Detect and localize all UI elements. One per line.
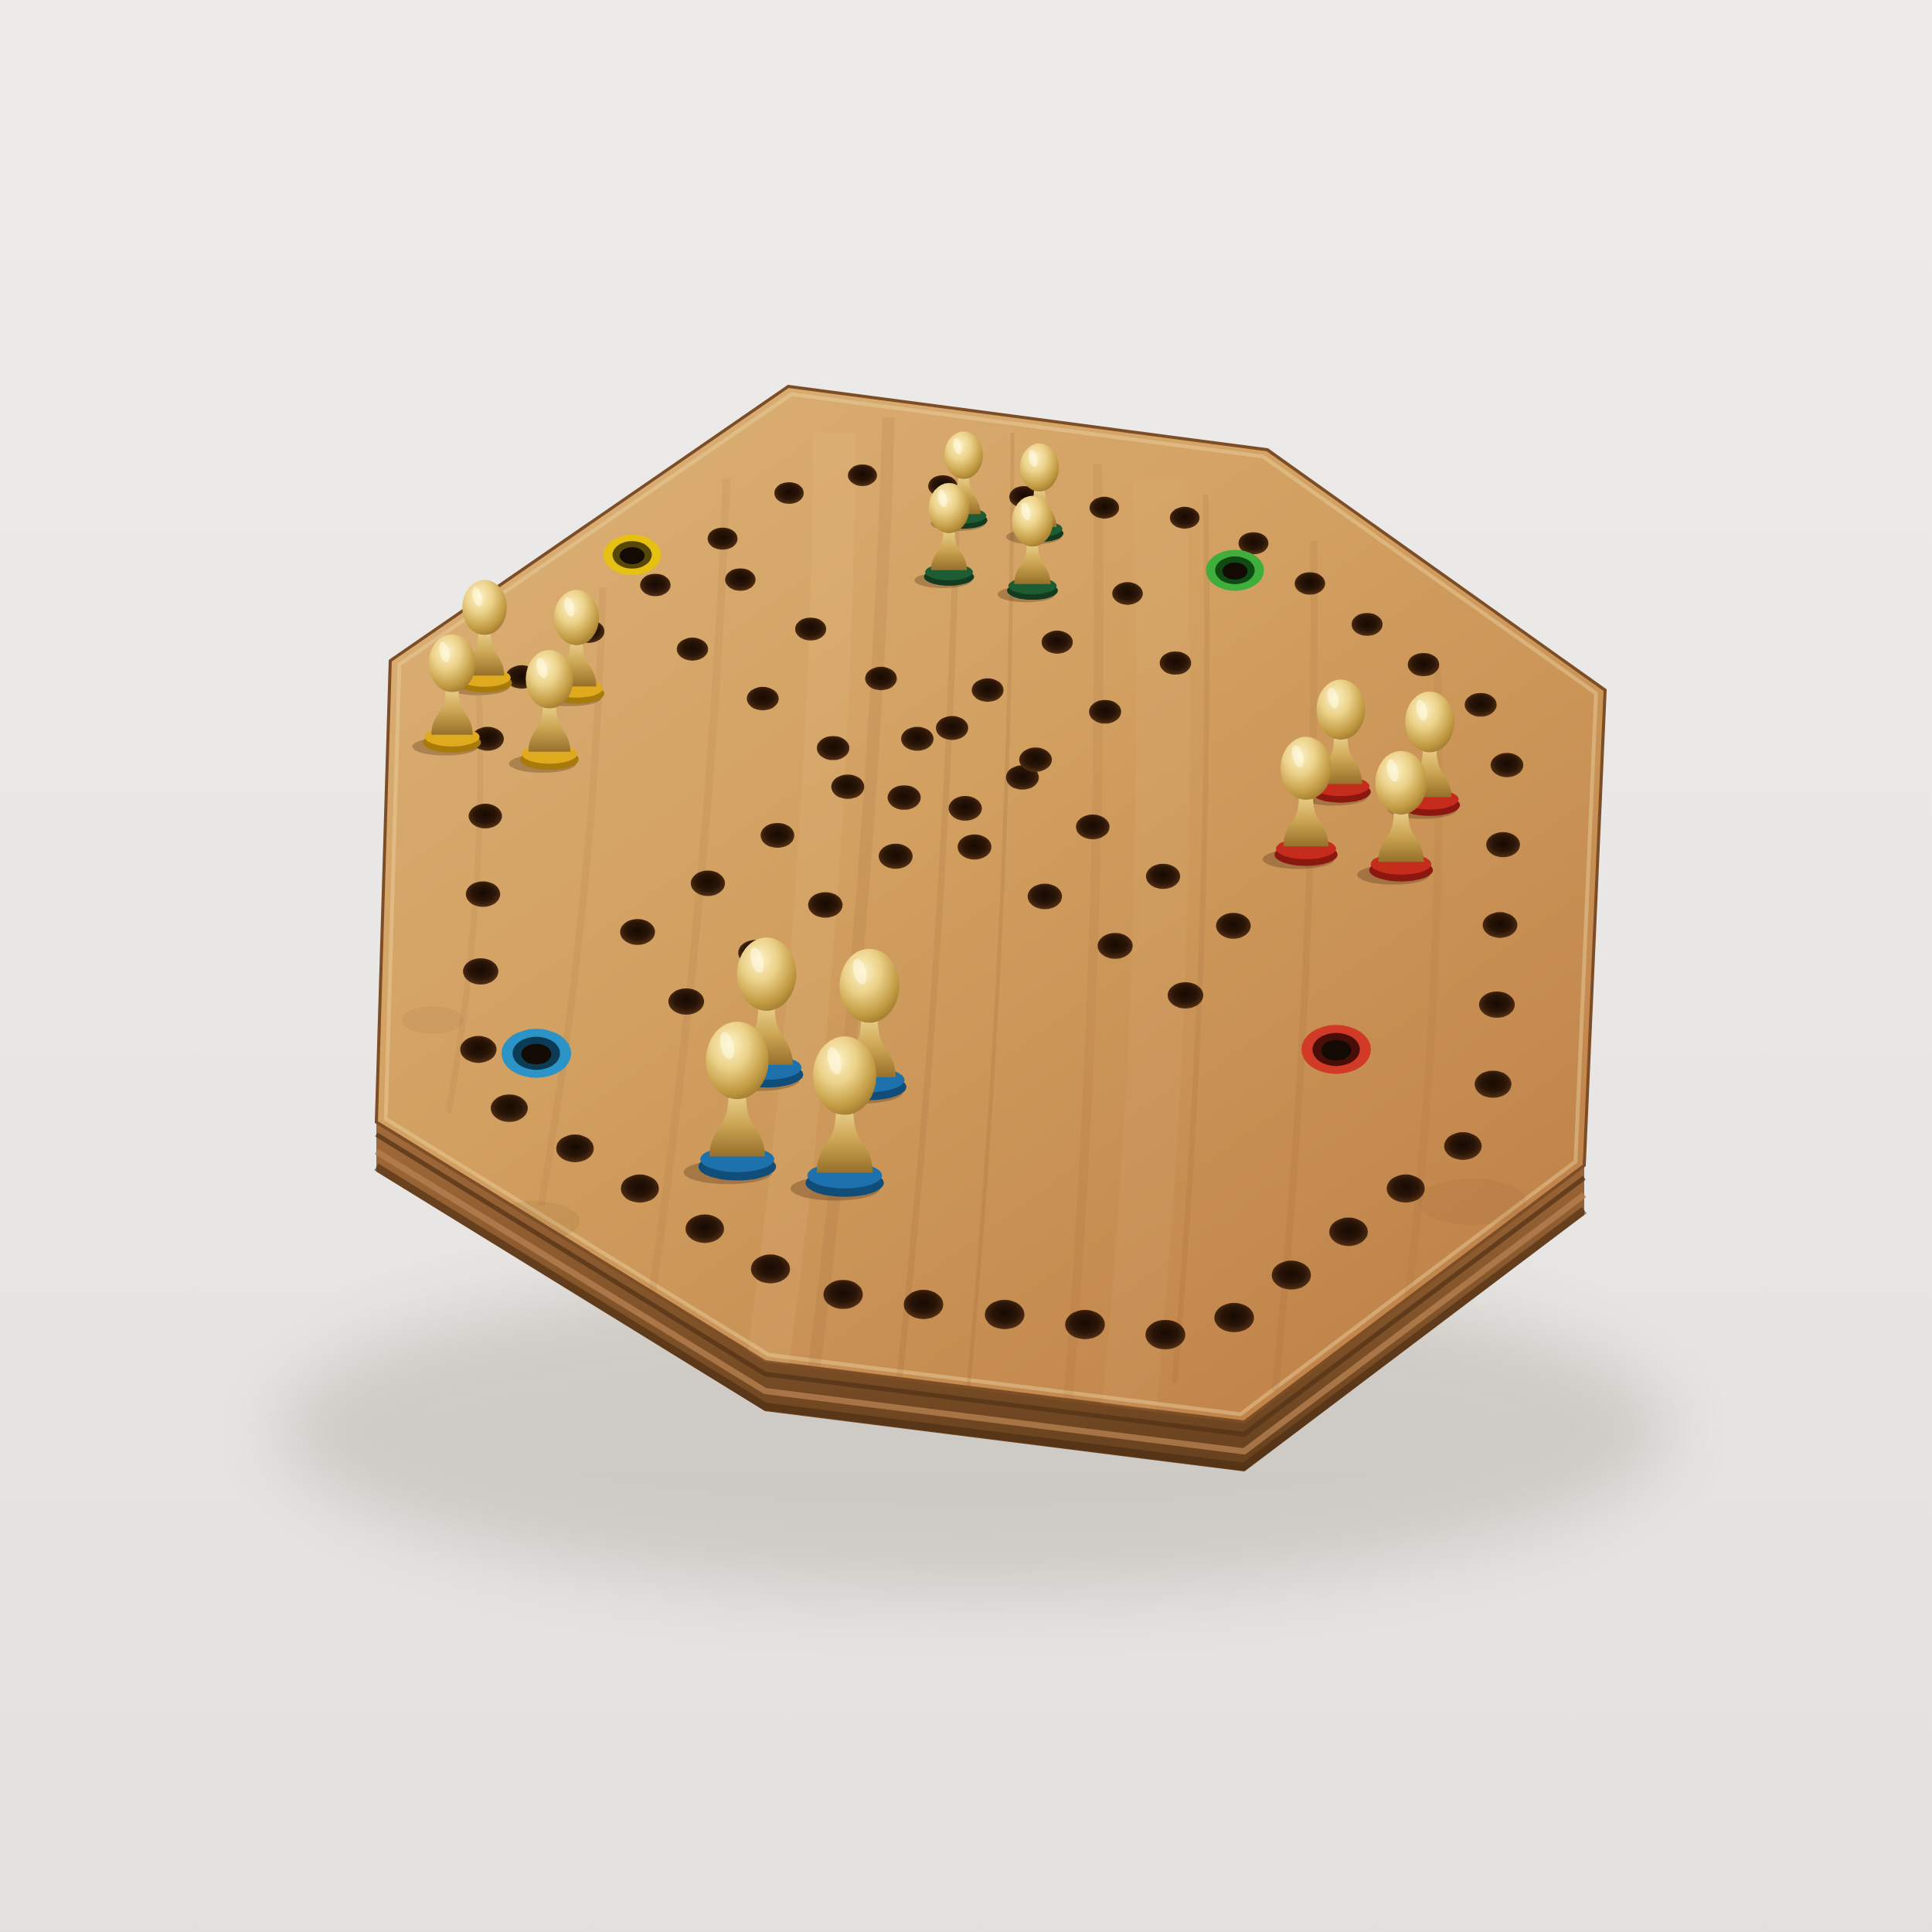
track-hole[interactable] [708,528,738,550]
peg-head [1316,679,1365,740]
track-hole[interactable] [1076,815,1109,839]
track-hole[interactable] [1145,1320,1185,1349]
wood-knot [402,1006,464,1034]
track-hole[interactable] [1170,507,1199,529]
track-hole[interactable] [1028,884,1063,910]
track-hole[interactable] [685,1215,724,1243]
track-hole[interactable] [903,1290,943,1319]
peg-head [944,431,983,478]
track-hole[interactable] [1475,1070,1512,1097]
track-hole[interactable] [808,892,843,917]
track-hole[interactable] [751,1254,791,1283]
track-hole[interactable] [774,482,804,504]
track-hole[interactable] [1386,1175,1424,1202]
peg-head [1281,736,1332,800]
track-hole[interactable] [1479,992,1515,1018]
track-hole[interactable] [760,823,794,848]
track-hole[interactable] [640,573,671,596]
scene [0,0,1932,1932]
track-hole[interactable] [1214,1303,1253,1332]
track-hole[interactable] [1112,582,1143,604]
track-hole[interactable] [691,871,725,896]
track-hole[interactable] [1160,651,1192,675]
board-photo-canvas [0,0,1932,1932]
track-hole[interactable] [491,1094,528,1121]
track-hole[interactable] [1089,700,1121,724]
track-hole[interactable] [823,1280,862,1309]
track-hole[interactable] [971,679,1003,702]
track-hole[interactable] [1065,1310,1105,1339]
start-hole-dark-center [620,547,645,564]
peg-head [1405,692,1454,753]
peg-head [737,937,797,1011]
track-hole[interactable] [1168,982,1203,1009]
peg-head [706,1022,768,1099]
track-hole[interactable] [677,638,709,661]
track-hole[interactable] [1097,933,1132,959]
track-hole[interactable] [865,667,896,690]
start-hole-dark-center [1321,1040,1352,1061]
peg-head [554,590,599,645]
track-hole[interactable] [1294,572,1325,594]
track-hole[interactable] [936,716,968,740]
track-hole[interactable] [468,804,502,828]
track-hole[interactable] [985,1300,1024,1329]
track-hole[interactable] [1352,613,1383,636]
start-hole-green[interactable] [1206,550,1264,591]
track-hole[interactable] [1491,753,1523,777]
track-hole[interactable] [957,835,992,859]
track-hole[interactable] [901,726,934,750]
track-hole[interactable] [463,958,498,985]
track-hole[interactable] [879,844,913,869]
track-hole[interactable] [1090,497,1119,519]
start-hole-dark-center [522,1044,552,1065]
track-hole[interactable] [466,882,501,907]
track-hole[interactable] [668,988,704,1015]
start-hole-yellow[interactable] [604,535,662,576]
track-hole[interactable] [1408,653,1440,676]
track-hole[interactable] [460,1036,496,1063]
peg-head [813,1036,876,1114]
track-hole[interactable] [1216,913,1250,938]
track-hole[interactable] [1146,864,1180,889]
start-hole-red[interactable] [1301,1025,1371,1073]
track-hole[interactable] [888,785,921,810]
peg-head [929,483,970,533]
track-hole[interactable] [1482,912,1517,937]
track-hole[interactable] [620,919,655,944]
track-hole[interactable] [795,617,826,641]
track-hole[interactable] [817,736,849,760]
track-hole[interactable] [1444,1132,1482,1160]
start-hole-dark-center [1223,563,1247,580]
peg-head [1020,444,1059,492]
track-hole[interactable] [1329,1218,1368,1247]
peg-head [462,580,507,634]
track-hole[interactable] [1464,693,1496,717]
track-hole[interactable] [1019,747,1052,771]
track-hole[interactable] [725,568,755,590]
peg-head [429,634,476,692]
peg-head [1376,751,1427,815]
track-hole[interactable] [747,687,778,711]
track-hole[interactable] [556,1134,594,1162]
peg-head [839,949,899,1023]
peg-head [1012,496,1053,547]
track-hole[interactable] [1042,631,1073,654]
track-hole[interactable] [1272,1260,1311,1289]
track-hole[interactable] [621,1175,658,1202]
track-hole[interactable] [848,464,877,486]
start-hole-blue[interactable] [502,1029,571,1077]
peg-head [526,650,573,709]
wood-knot [1418,1179,1526,1225]
track-hole[interactable] [832,774,865,799]
track-hole[interactable] [1486,832,1520,857]
track-hole[interactable] [948,796,981,821]
